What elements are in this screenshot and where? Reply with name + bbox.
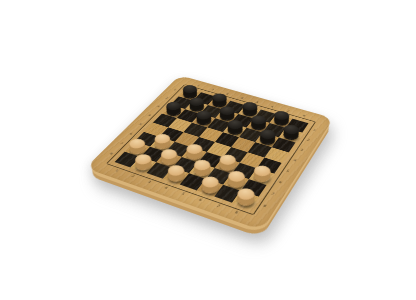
product-photo-scene: 11112222333344445555666677778888 [0,0,416,300]
coord-bottom-1: 1 [113,169,121,174]
coord-left-3: 3 [155,105,162,109]
coord-bottom-3: 3 [145,180,153,185]
coord-top-2: 2 [209,88,216,91]
coord-top-8: 8 [301,114,308,118]
square-h7[interactable] [279,128,302,143]
coord-left-1: 1 [172,88,179,91]
coord-right-3: 3 [298,148,305,152]
coord-right-4: 4 [291,158,299,162]
coord-right-1: 1 [311,128,318,132]
coord-right-6: 6 [276,180,284,185]
coord-right-5: 5 [284,169,292,174]
coord-left-2: 2 [163,96,170,100]
coord-bottom-2: 2 [129,174,137,179]
coord-right-8: 8 [261,203,269,208]
coord-left-6: 6 [127,132,134,136]
coord-top-4: 4 [239,96,246,100]
coord-bottom-5: 5 [179,192,187,197]
coord-left-4: 4 [146,114,153,118]
coord-bottom-6: 6 [196,198,204,203]
coord-left-7: 7 [118,142,126,146]
checkers-board: 11112222333344445555666677778888 [85,75,333,230]
coord-right-2: 2 [305,138,312,142]
board-shadow: 11112222333344445555666677778888 [0,0,416,300]
square-g5[interactable] [248,142,272,157]
coord-bottom-8: 8 [232,210,240,215]
coord-bottom-7: 7 [214,204,222,209]
coord-left-5: 5 [137,123,144,127]
coord-right-7: 7 [269,192,277,197]
coord-left-8: 8 [107,152,115,156]
checkers-board-3d: 11112222333344445555666677778888 [85,75,333,230]
coord-top-6: 6 [269,105,276,109]
coord-bottom-4: 4 [162,186,170,191]
